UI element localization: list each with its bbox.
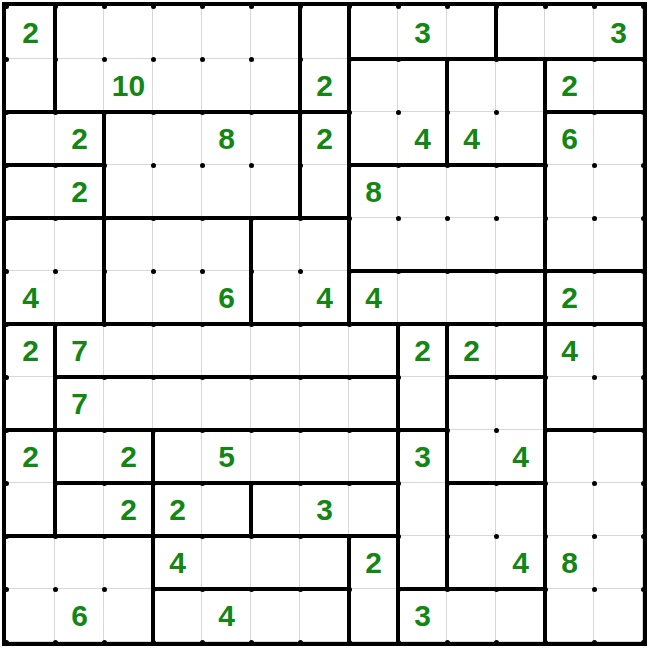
cell-r1c4[interactable] <box>202 59 251 112</box>
cell-r4c6[interactable] <box>300 218 349 271</box>
cell-r6c3[interactable] <box>153 324 202 377</box>
cell-r2c2[interactable] <box>104 112 153 165</box>
cell-r4c10[interactable] <box>496 218 545 271</box>
cell-r6c4[interactable] <box>202 324 251 377</box>
cell-grid: 2331022282446284644227224722534223424864… <box>6 6 643 642</box>
cell-r11c12[interactable] <box>594 589 643 642</box>
clue-number: 7 <box>71 389 88 419</box>
cell-r11c7[interactable] <box>349 589 398 642</box>
cell-r10c8[interactable] <box>398 536 447 589</box>
cell-r8c9[interactable] <box>447 430 496 483</box>
cell-r7c9[interactable] <box>447 377 496 430</box>
cell-r0c12[interactable]: 3 <box>594 6 643 59</box>
cell-r10c4[interactable] <box>202 536 251 589</box>
cell-r2c12[interactable] <box>594 112 643 165</box>
cell-r9c12[interactable] <box>594 483 643 536</box>
clue-number: 10 <box>112 71 145 101</box>
cell-r4c9[interactable] <box>447 218 496 271</box>
cell-r0c0[interactable]: 2 <box>6 6 55 59</box>
clue-number: 4 <box>316 283 333 313</box>
cell-r8c8[interactable]: 3 <box>398 430 447 483</box>
cell-r3c4[interactable] <box>202 165 251 218</box>
cell-r6c12[interactable] <box>594 324 643 377</box>
cell-r6c1[interactable]: 7 <box>55 324 104 377</box>
cell-r0c6[interactable] <box>300 6 349 59</box>
clue-number: 2 <box>561 71 578 101</box>
clue-number: 4 <box>365 283 382 313</box>
cell-r1c2[interactable]: 10 <box>104 59 153 112</box>
clue-number: 4 <box>561 336 578 366</box>
cell-r0c11[interactable] <box>545 6 594 59</box>
cell-r4c4[interactable] <box>202 218 251 271</box>
cell-r7c2[interactable] <box>104 377 153 430</box>
clue-number: 3 <box>414 601 431 631</box>
cell-r7c0[interactable] <box>6 377 55 430</box>
cell-r10c2[interactable] <box>104 536 153 589</box>
cell-r3c10[interactable] <box>496 165 545 218</box>
cell-r2c10[interactable] <box>496 112 545 165</box>
cell-r5c9[interactable] <box>447 271 496 324</box>
clue-number: 6 <box>71 601 88 631</box>
clue-number: 5 <box>218 442 235 472</box>
cell-r2c11[interactable]: 6 <box>545 112 594 165</box>
cell-r7c8[interactable] <box>398 377 447 430</box>
clue-number: 4 <box>22 283 39 313</box>
cell-r5c5[interactable] <box>251 271 300 324</box>
cell-r2c9[interactable]: 4 <box>447 112 496 165</box>
cell-r0c4[interactable] <box>202 6 251 59</box>
cell-r7c4[interactable] <box>202 377 251 430</box>
cell-r11c0[interactable] <box>6 589 55 642</box>
cell-r4c7[interactable] <box>349 218 398 271</box>
cell-r10c3[interactable]: 4 <box>153 536 202 589</box>
clue-number: 4 <box>414 124 431 154</box>
cell-r5c6[interactable]: 4 <box>300 271 349 324</box>
clue-number: 4 <box>218 601 235 631</box>
clue-number: 6 <box>561 124 578 154</box>
cell-r10c12[interactable] <box>594 536 643 589</box>
clue-number: 2 <box>22 18 39 48</box>
shikaku-board: 2331022282446284644227224722534223424864… <box>2 2 647 646</box>
cell-r8c2[interactable]: 2 <box>104 430 153 483</box>
cell-r11c4[interactable]: 4 <box>202 589 251 642</box>
clue-number: 7 <box>71 336 88 366</box>
cell-r1c5[interactable] <box>251 59 300 112</box>
cell-r0c2[interactable] <box>104 6 153 59</box>
cell-r4c0[interactable] <box>6 218 55 271</box>
cell-r1c6[interactable]: 2 <box>300 59 349 112</box>
cell-r0c10[interactable] <box>496 6 545 59</box>
cell-r5c4[interactable]: 6 <box>202 271 251 324</box>
clue-number: 4 <box>463 124 480 154</box>
cell-r3c9[interactable] <box>447 165 496 218</box>
cell-r8c10[interactable]: 4 <box>496 430 545 483</box>
cell-r3c0[interactable] <box>6 165 55 218</box>
cell-r0c8[interactable]: 3 <box>398 6 447 59</box>
cell-r6c6[interactable] <box>300 324 349 377</box>
cell-r9c11[interactable] <box>545 483 594 536</box>
cell-r10c6[interactable] <box>300 536 349 589</box>
cell-r8c3[interactable] <box>153 430 202 483</box>
shikaku-puzzle-page: 2331022282446284644227224722534223424864… <box>0 0 650 650</box>
clue-number: 8 <box>365 177 382 207</box>
cell-r10c0[interactable] <box>6 536 55 589</box>
cell-r4c2[interactable] <box>104 218 153 271</box>
cell-r9c10[interactable] <box>496 483 545 536</box>
cell-r11c9[interactable] <box>447 589 496 642</box>
cell-r3c6[interactable] <box>300 165 349 218</box>
cell-r7c1[interactable]: 7 <box>55 377 104 430</box>
clue-number: 2 <box>120 495 137 525</box>
cell-r4c12[interactable] <box>594 218 643 271</box>
clue-number: 2 <box>22 336 39 366</box>
cell-r0c5[interactable] <box>251 6 300 59</box>
cell-r5c12[interactable] <box>594 271 643 324</box>
cell-r1c10[interactable] <box>496 59 545 112</box>
cell-r0c3[interactable] <box>153 6 202 59</box>
cell-r8c1[interactable] <box>55 430 104 483</box>
cell-r4c5[interactable] <box>251 218 300 271</box>
cell-r0c7[interactable] <box>349 6 398 59</box>
clue-number: 2 <box>463 336 480 366</box>
cell-r3c3[interactable] <box>153 165 202 218</box>
cell-r9c6[interactable]: 3 <box>300 483 349 536</box>
clue-number: 2 <box>71 177 88 207</box>
clue-number: 2 <box>316 124 333 154</box>
cell-r5c3[interactable] <box>153 271 202 324</box>
cell-r9c8[interactable] <box>398 483 447 536</box>
cell-r1c7[interactable] <box>349 59 398 112</box>
cell-r5c2[interactable] <box>104 271 153 324</box>
cell-r2c6[interactable]: 2 <box>300 112 349 165</box>
cell-r2c5[interactable] <box>251 112 300 165</box>
cell-r2c3[interactable] <box>153 112 202 165</box>
cell-r6c7[interactable] <box>349 324 398 377</box>
cell-r8c12[interactable] <box>594 430 643 483</box>
clue-number: 2 <box>414 336 431 366</box>
cell-r3c7[interactable]: 8 <box>349 165 398 218</box>
cell-r3c1[interactable]: 2 <box>55 165 104 218</box>
clue-number: 2 <box>71 124 88 154</box>
cell-r11c2[interactable] <box>104 589 153 642</box>
cell-r1c9[interactable] <box>447 59 496 112</box>
cell-r7c6[interactable] <box>300 377 349 430</box>
cell-r1c1[interactable] <box>55 59 104 112</box>
cell-r2c8[interactable]: 4 <box>398 112 447 165</box>
cell-r3c2[interactable] <box>104 165 153 218</box>
cell-r5c1[interactable] <box>55 271 104 324</box>
cell-r11c8[interactable]: 3 <box>398 589 447 642</box>
cell-r5c11[interactable]: 2 <box>545 271 594 324</box>
clue-number: 4 <box>512 548 529 578</box>
clue-number: 2 <box>561 283 578 313</box>
cell-r8c4[interactable]: 5 <box>202 430 251 483</box>
cell-r1c0[interactable] <box>6 59 55 112</box>
clue-number: 3 <box>316 495 333 525</box>
cell-r6c10[interactable] <box>496 324 545 377</box>
cell-r2c1[interactable]: 2 <box>55 112 104 165</box>
cell-r6c9[interactable]: 2 <box>447 324 496 377</box>
cell-r7c5[interactable] <box>251 377 300 430</box>
cell-r11c6[interactable] <box>300 589 349 642</box>
cell-r10c11[interactable]: 8 <box>545 536 594 589</box>
clue-number: 6 <box>218 283 235 313</box>
cell-r5c0[interactable]: 4 <box>6 271 55 324</box>
cell-r11c3[interactable] <box>153 589 202 642</box>
cell-r8c11[interactable] <box>545 430 594 483</box>
clue-number: 2 <box>316 71 333 101</box>
cell-r4c11[interactable] <box>545 218 594 271</box>
cell-r4c1[interactable] <box>55 218 104 271</box>
cell-r6c0[interactable]: 2 <box>6 324 55 377</box>
cell-r11c10[interactable] <box>496 589 545 642</box>
cell-r7c7[interactable] <box>349 377 398 430</box>
cell-r3c11[interactable] <box>545 165 594 218</box>
clue-number: 8 <box>218 124 235 154</box>
cell-r1c8[interactable] <box>398 59 447 112</box>
cell-r9c7[interactable] <box>349 483 398 536</box>
cell-r11c5[interactable] <box>251 589 300 642</box>
cell-r2c4[interactable]: 8 <box>202 112 251 165</box>
cell-r9c0[interactable] <box>6 483 55 536</box>
clue-number: 3 <box>610 18 627 48</box>
cell-r10c5[interactable] <box>251 536 300 589</box>
cell-r9c9[interactable] <box>447 483 496 536</box>
cell-r8c7[interactable] <box>349 430 398 483</box>
cell-r6c2[interactable] <box>104 324 153 377</box>
cell-r4c8[interactable] <box>398 218 447 271</box>
cell-r7c11[interactable] <box>545 377 594 430</box>
cell-r1c3[interactable] <box>153 59 202 112</box>
cell-r5c7[interactable]: 4 <box>349 271 398 324</box>
cell-r10c10[interactable]: 4 <box>496 536 545 589</box>
cell-r9c3[interactable]: 2 <box>153 483 202 536</box>
clue-number: 3 <box>414 442 431 472</box>
cell-r9c2[interactable]: 2 <box>104 483 153 536</box>
cell-r1c12[interactable] <box>594 59 643 112</box>
cell-r11c1[interactable]: 6 <box>55 589 104 642</box>
cell-r3c5[interactable] <box>251 165 300 218</box>
clue-number: 2 <box>22 442 39 472</box>
cell-r5c8[interactable] <box>398 271 447 324</box>
cell-r8c0[interactable]: 2 <box>6 430 55 483</box>
cell-r7c3[interactable] <box>153 377 202 430</box>
clue-number: 2 <box>365 548 382 578</box>
cell-r3c12[interactable] <box>594 165 643 218</box>
clue-number: 4 <box>169 548 186 578</box>
cell-r0c9[interactable] <box>447 6 496 59</box>
cell-r9c1[interactable] <box>55 483 104 536</box>
cell-r5c10[interactable] <box>496 271 545 324</box>
clue-number: 3 <box>414 18 431 48</box>
clue-number: 8 <box>561 548 578 578</box>
cell-r10c7[interactable]: 2 <box>349 536 398 589</box>
cell-r9c5[interactable] <box>251 483 300 536</box>
cell-r7c12[interactable] <box>594 377 643 430</box>
clue-number: 2 <box>120 442 137 472</box>
cell-r4c3[interactable] <box>153 218 202 271</box>
cell-r7c10[interactable] <box>496 377 545 430</box>
cell-r10c9[interactable] <box>447 536 496 589</box>
cell-r2c0[interactable] <box>6 112 55 165</box>
cell-r8c6[interactable] <box>300 430 349 483</box>
cell-r1c11[interactable]: 2 <box>545 59 594 112</box>
cell-r9c4[interactable] <box>202 483 251 536</box>
cell-r11c11[interactable] <box>545 589 594 642</box>
cell-r0c1[interactable] <box>55 6 104 59</box>
clue-number: 2 <box>169 495 186 525</box>
cell-r6c5[interactable] <box>251 324 300 377</box>
cell-r10c1[interactable] <box>55 536 104 589</box>
cell-r2c7[interactable] <box>349 112 398 165</box>
cell-r3c8[interactable] <box>398 165 447 218</box>
cell-r6c11[interactable]: 4 <box>545 324 594 377</box>
cell-r8c5[interactable] <box>251 430 300 483</box>
cell-r6c8[interactable]: 2 <box>398 324 447 377</box>
clue-number: 4 <box>512 442 529 472</box>
